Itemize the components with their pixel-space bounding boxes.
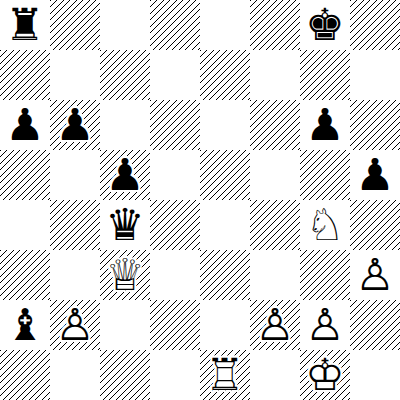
black-pawn: ♟ — [100, 150, 150, 200]
square-f8[interactable] — [250, 0, 300, 50]
square-d4[interactable] — [150, 200, 200, 250]
square-b4[interactable] — [50, 200, 100, 250]
square-b1[interactable] — [50, 350, 100, 400]
black-rook: ♜ — [0, 0, 50, 50]
square-b5[interactable] — [50, 150, 100, 200]
square-a3[interactable] — [0, 250, 50, 300]
square-a7[interactable] — [0, 50, 50, 100]
square-g8[interactable]: ♚ — [300, 0, 350, 50]
square-f3[interactable] — [250, 250, 300, 300]
square-h8[interactable] — [350, 0, 400, 50]
square-f6[interactable] — [250, 100, 300, 150]
black-queen: ♛ — [100, 200, 150, 250]
square-c6[interactable] — [100, 100, 150, 150]
square-d1[interactable] — [150, 350, 200, 400]
square-b3[interactable] — [50, 250, 100, 300]
square-g2[interactable]: ♟♙ — [300, 300, 350, 350]
chess-board: ♜♚♟♟♟♟♟♛♞♘♛♕♟♙♝♟♙♟♙♟♙♜♖♚♔ — [0, 0, 400, 400]
square-a2[interactable]: ♝ — [0, 300, 50, 350]
black-pawn: ♟ — [300, 100, 350, 150]
square-h5[interactable]: ♟ — [350, 150, 400, 200]
square-h1[interactable] — [350, 350, 400, 400]
white-knight: ♞♘ — [300, 200, 350, 250]
square-c8[interactable] — [100, 0, 150, 50]
square-f7[interactable] — [250, 50, 300, 100]
square-b8[interactable] — [50, 0, 100, 50]
square-b2[interactable]: ♟♙ — [50, 300, 100, 350]
square-f5[interactable] — [250, 150, 300, 200]
square-d2[interactable] — [150, 300, 200, 350]
square-e3[interactable] — [200, 250, 250, 300]
square-g3[interactable] — [300, 250, 350, 300]
square-a1[interactable] — [0, 350, 50, 400]
square-e2[interactable] — [200, 300, 250, 350]
square-d6[interactable] — [150, 100, 200, 150]
black-pawn: ♟ — [50, 100, 100, 150]
square-a4[interactable] — [0, 200, 50, 250]
white-pawn: ♟♙ — [250, 300, 300, 350]
square-b7[interactable] — [50, 50, 100, 100]
square-e5[interactable] — [200, 150, 250, 200]
square-d7[interactable] — [150, 50, 200, 100]
square-f4[interactable] — [250, 200, 300, 250]
square-a5[interactable] — [0, 150, 50, 200]
square-b6[interactable]: ♟ — [50, 100, 100, 150]
square-f1[interactable] — [250, 350, 300, 400]
square-c7[interactable] — [100, 50, 150, 100]
white-pawn: ♟♙ — [50, 300, 100, 350]
black-bishop: ♝ — [0, 300, 50, 350]
square-h7[interactable] — [350, 50, 400, 100]
black-king: ♚ — [300, 0, 350, 50]
white-pawn: ♟♙ — [350, 250, 400, 300]
square-c4[interactable]: ♛ — [100, 200, 150, 250]
square-d8[interactable] — [150, 0, 200, 50]
square-f2[interactable]: ♟♙ — [250, 300, 300, 350]
white-king: ♚♔ — [300, 350, 350, 400]
square-e4[interactable] — [200, 200, 250, 250]
square-h3[interactable]: ♟♙ — [350, 250, 400, 300]
square-h2[interactable] — [350, 300, 400, 350]
black-pawn: ♟ — [0, 100, 50, 150]
square-h4[interactable] — [350, 200, 400, 250]
square-g6[interactable]: ♟ — [300, 100, 350, 150]
square-e6[interactable] — [200, 100, 250, 150]
white-pawn: ♟♙ — [300, 300, 350, 350]
square-c1[interactable] — [100, 350, 150, 400]
black-pawn: ♟ — [350, 150, 400, 200]
square-g7[interactable] — [300, 50, 350, 100]
square-c2[interactable] — [100, 300, 150, 350]
square-c5[interactable]: ♟ — [100, 150, 150, 200]
square-e1[interactable]: ♜♖ — [200, 350, 250, 400]
square-e7[interactable] — [200, 50, 250, 100]
square-d3[interactable] — [150, 250, 200, 300]
square-g1[interactable]: ♚♔ — [300, 350, 350, 400]
square-g4[interactable]: ♞♘ — [300, 200, 350, 250]
white-rook: ♜♖ — [200, 350, 250, 400]
square-g5[interactable] — [300, 150, 350, 200]
square-c3[interactable]: ♛♕ — [100, 250, 150, 300]
square-a6[interactable]: ♟ — [0, 100, 50, 150]
square-d5[interactable] — [150, 150, 200, 200]
white-queen: ♛♕ — [100, 250, 150, 300]
square-a8[interactable]: ♜ — [0, 0, 50, 50]
square-e8[interactable] — [200, 0, 250, 50]
square-h6[interactable] — [350, 100, 400, 150]
